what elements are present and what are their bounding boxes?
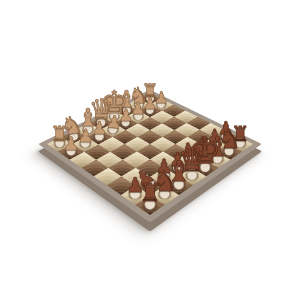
square-a4 [81, 159, 109, 176]
square-a3 [69, 152, 96, 168]
square-d5 [137, 144, 163, 159]
square-b6 [122, 168, 150, 186]
square-f8 [204, 152, 231, 168]
square-b7 [136, 176, 165, 195]
square-e6 [163, 144, 189, 159]
square-e8 [191, 159, 219, 176]
square-a8 [135, 195, 165, 215]
square-c8 [164, 176, 193, 195]
square-a2 [58, 144, 84, 159]
square-b5 [109, 159, 137, 176]
square-d7 [164, 159, 192, 176]
square-d6 [150, 152, 177, 168]
board-grid [47, 93, 253, 215]
square-a6 [107, 176, 136, 195]
square-c5 [123, 152, 150, 168]
chess-board [38, 90, 261, 223]
square-d8 [178, 168, 206, 186]
square-b3 [84, 144, 110, 159]
square-a7 [120, 185, 150, 204]
square-a5 [94, 168, 122, 186]
square-c7 [150, 168, 178, 186]
square-c4 [110, 144, 136, 159]
square-b8 [150, 185, 180, 204]
product-photo-stage: ♜♟♞♟♝♟♚♟♛♟♝♟♟♞♜♟♟♜♞♟♟♝♟♚♟♛♟♝♟♞♟♜ [0, 0, 285, 285]
square-g8 [216, 144, 242, 159]
square-b4 [96, 152, 123, 168]
square-f7 [190, 144, 216, 159]
scene [0, 0, 285, 285]
square-e7 [177, 152, 204, 168]
square-c6 [136, 159, 164, 176]
